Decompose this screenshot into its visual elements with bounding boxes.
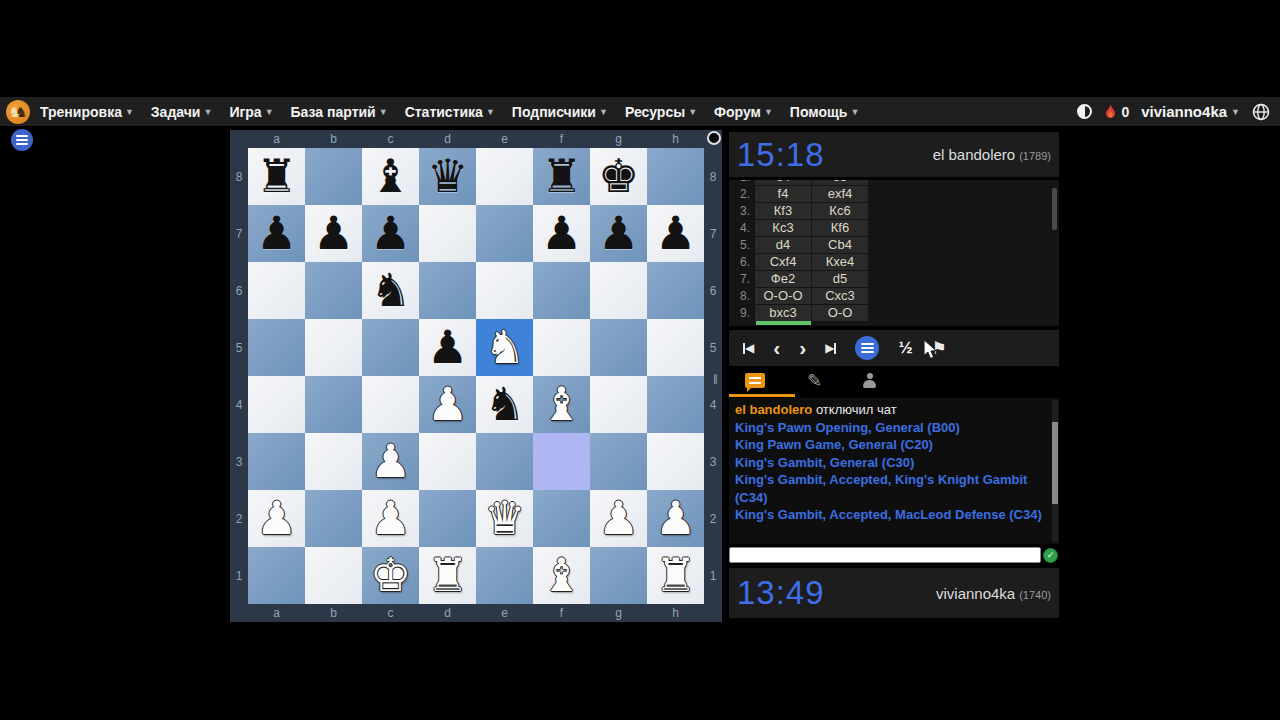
square-g7[interactable]: ♟: [590, 205, 647, 262]
square-a3[interactable]: [248, 433, 305, 490]
chevron-down-icon: ▼: [764, 107, 773, 117]
chat-scrollbar-thumb[interactable]: [1052, 422, 1058, 504]
square-d2[interactable]: [419, 490, 476, 547]
coord-label: b: [305, 130, 362, 148]
move-number: 3.: [729, 204, 755, 218]
board-resize-handle[interactable]: ∥: [713, 373, 718, 384]
coord-label: h: [647, 604, 704, 622]
square-c3[interactable]: ♟: [362, 433, 419, 490]
move-number: 5.: [729, 238, 755, 252]
square-d7[interactable]: [419, 205, 476, 262]
square-f8[interactable]: ♜: [533, 148, 590, 205]
opponent-clock: 15:18: [737, 136, 825, 174]
square-f4[interactable]: ♝: [533, 376, 590, 433]
white-bishop-f1[interactable]: ♝: [533, 547, 590, 604]
white-pawn-h2[interactable]: ♟: [647, 490, 704, 547]
coord-label: 2: [704, 490, 722, 547]
globe-icon[interactable]: [1252, 103, 1270, 121]
opponent-name: el bandolero: [933, 146, 1016, 163]
menu-item-7[interactable]: Ресурсы▼: [625, 104, 697, 120]
menu-item-1[interactable]: Тренировка▼: [40, 104, 134, 120]
game-menu-button[interactable]: [855, 336, 879, 360]
move-list: 1.e4e52.f4exf43.Кf3Кc64.Кc3Кf65.d4Сb46.С…: [729, 180, 1059, 326]
chevron-down-icon: ▼: [125, 107, 134, 117]
chat-message: King's Pawn Opening, General (B00): [735, 419, 1043, 437]
chat-system-user: el bandolero: [735, 402, 812, 417]
chat-message: King Pawn Game, General (C20): [735, 436, 1043, 454]
white-rook-h1[interactable]: ♜: [647, 547, 704, 604]
coord-label: 7: [230, 205, 248, 262]
coord-label: 3: [704, 433, 722, 490]
black-pawn-g7[interactable]: ♟: [590, 205, 647, 262]
chat-system-line: el bandolero отключил чат: [735, 401, 1043, 419]
move-number: 1.: [729, 180, 755, 184]
black-rook-a8[interactable]: ♜: [248, 148, 305, 205]
chat-window: el bandolero отключил чат King's Pawn Op…: [729, 398, 1059, 544]
square-b2[interactable]: [305, 490, 362, 547]
square-h2[interactable]: ♟: [647, 490, 704, 547]
coord-label: a: [248, 604, 305, 622]
coord-label: 4: [704, 376, 722, 433]
square-c1[interactable]: ♚: [362, 547, 419, 604]
menu-item-3[interactable]: Игра▼: [229, 104, 273, 120]
coord-label: e: [476, 604, 533, 622]
square-a7[interactable]: ♟: [248, 205, 305, 262]
menu-item-5[interactable]: Статистика▼: [405, 104, 495, 120]
move-row: 7.Фe2d5: [729, 270, 1059, 287]
coord-label: c: [362, 130, 419, 148]
player-name: vivianno4ka: [936, 585, 1015, 602]
square-c8[interactable]: ♝: [362, 148, 419, 205]
streak: 0: [1104, 104, 1129, 120]
current-move-indicator: [756, 321, 811, 325]
black-move[interactable]: Сb4: [812, 237, 868, 253]
player-clock: 13:49: [737, 574, 825, 612]
coord-label: c: [362, 604, 419, 622]
square-b8[interactable]: [305, 148, 362, 205]
active-tab-underline: [729, 394, 795, 397]
black-bishop-c8[interactable]: ♝: [362, 148, 419, 205]
white-king-c1[interactable]: ♚: [362, 547, 419, 604]
coord-label: f: [533, 130, 590, 148]
white-move[interactable]: d4: [755, 237, 811, 253]
menu-item-6[interactable]: Подписчики▼: [512, 104, 608, 120]
square-c7[interactable]: ♟: [362, 205, 419, 262]
square-h3[interactable]: [647, 433, 704, 490]
square-f2[interactable]: [533, 490, 590, 547]
square-a1[interactable]: [248, 547, 305, 604]
prev-move-button[interactable]: ‹: [773, 338, 780, 358]
square-b1[interactable]: [305, 547, 362, 604]
tab-notes-pencil-icon[interactable]: ✎: [807, 373, 822, 389]
black-knight-c6[interactable]: ♞: [362, 262, 419, 319]
coord-label: 5: [704, 319, 722, 376]
main-menu-bar: ♞♞ Тренировка▼Задачи▼Игра▼База партий▼Ст…: [0, 97, 1280, 126]
coord-label: 8: [704, 148, 722, 205]
game-controls: ◀ ‹ › ▶ ½ ⚑: [729, 330, 1059, 366]
chevron-down-icon: ▼: [599, 107, 608, 117]
chat-message: King's Gambit, Accepted, MacLeod Defense…: [735, 506, 1043, 524]
square-e5[interactable]: ♞: [476, 319, 533, 376]
coord-label: 1: [230, 547, 248, 604]
move-number: 2.: [729, 187, 755, 201]
chevron-down-icon: ▼: [486, 107, 495, 117]
square-f3[interactable]: [533, 433, 590, 490]
white-pawn-a2[interactable]: ♟: [248, 490, 305, 547]
square-g4[interactable]: [590, 376, 647, 433]
square-b5[interactable]: [305, 319, 362, 376]
coord-label: 1: [704, 547, 722, 604]
coord-label: g: [590, 130, 647, 148]
rank-labels-left: 87654321: [230, 148, 248, 604]
square-g6[interactable]: [590, 262, 647, 319]
black-move[interactable]: e5: [812, 180, 868, 185]
chevron-down-icon: ▼: [379, 107, 388, 117]
square-d3[interactable]: [419, 433, 476, 490]
chat-messages: King's Pawn Opening, General (B00)King P…: [735, 419, 1051, 524]
movelist-scrollbar[interactable]: [1052, 188, 1057, 230]
first-move-button[interactable]: ◀: [743, 341, 754, 355]
square-d5[interactable]: ♟: [419, 319, 476, 376]
chat-system-text: отключил чат: [812, 402, 896, 417]
white-bishop-f4[interactable]: ♝: [533, 376, 590, 433]
black-move[interactable]: O-O: [812, 305, 868, 321]
white-move[interactable]: Сxf4: [755, 254, 811, 270]
square-f7[interactable]: ♟: [533, 205, 590, 262]
black-pawn-d5[interactable]: ♟: [419, 319, 476, 376]
coord-label: e: [476, 130, 533, 148]
coord-label: f: [533, 604, 590, 622]
site-logo-icon[interactable]: ♞♞: [6, 100, 30, 124]
white-move[interactable]: bxc3: [755, 305, 811, 321]
streak-count: 0: [1121, 104, 1129, 120]
black-king-g8[interactable]: ♚: [590, 148, 647, 205]
move-row: 4.Кc3Кf6: [729, 219, 1059, 236]
square-h8[interactable]: [647, 148, 704, 205]
move-number: 4.: [729, 221, 755, 235]
send-button[interactable]: ✓: [1043, 548, 1058, 563]
board-squares: ♜♝♛♜♚♟♟♟♟♟♟♞♟♞♟♞♝♟♟♟♛♟♟♚♜♝♜: [248, 148, 704, 604]
file-labels-top: abcdefgh: [248, 130, 704, 148]
chat-message: King's Gambit, General (C30): [735, 454, 1043, 472]
chess-board: abcdefgh abcdefgh 87654321 87654321 ♜♝♛♜…: [230, 130, 722, 622]
square-h6[interactable]: [647, 262, 704, 319]
square-d8[interactable]: ♛: [419, 148, 476, 205]
player-rating: (1740): [1019, 589, 1051, 601]
move-row: 2.f4exf4: [729, 185, 1059, 202]
black-rook-f8[interactable]: ♜: [533, 148, 590, 205]
coord-label: d: [419, 130, 476, 148]
square-c5[interactable]: [362, 319, 419, 376]
square-d1[interactable]: ♜: [419, 547, 476, 604]
coord-label: b: [305, 604, 362, 622]
chevron-down-icon: ▼: [203, 107, 212, 117]
player-clock-bar: 13:49 vivianno4ka (1740): [729, 568, 1059, 618]
chevron-down-icon: ▼: [850, 107, 859, 117]
move-number: 6.: [729, 255, 755, 269]
square-a4[interactable]: [248, 376, 305, 433]
square-e7[interactable]: [476, 205, 533, 262]
square-e3[interactable]: [476, 433, 533, 490]
white-move[interactable]: Кc3: [755, 220, 811, 236]
black-to-move-indicator: [707, 131, 721, 145]
square-e8[interactable]: [476, 148, 533, 205]
square-c2[interactable]: ♟: [362, 490, 419, 547]
coord-label: 3: [230, 433, 248, 490]
coord-label: 6: [704, 262, 722, 319]
square-b3[interactable]: [305, 433, 362, 490]
theme-toggle-icon[interactable]: [1077, 104, 1092, 119]
opponent-rating: (1789): [1019, 150, 1051, 162]
coord-label: 8: [230, 148, 248, 205]
white-pawn-g2[interactable]: ♟: [590, 490, 647, 547]
square-e6[interactable]: [476, 262, 533, 319]
white-pawn-d4[interactable]: ♟: [419, 376, 476, 433]
square-c6[interactable]: ♞: [362, 262, 419, 319]
square-h7[interactable]: ♟: [647, 205, 704, 262]
white-queen-e2[interactable]: ♛: [476, 490, 533, 547]
square-b7[interactable]: ♟: [305, 205, 362, 262]
black-pawn-a7[interactable]: ♟: [248, 205, 305, 262]
move-row: 8.O-O-OСxc3: [729, 287, 1059, 304]
white-pawn-c3[interactable]: ♟: [362, 433, 419, 490]
username: vivianno4ka: [1141, 103, 1227, 120]
panel-tabs: ✎: [729, 369, 1059, 397]
move-row: 9.bxc3O-O: [729, 304, 1059, 321]
black-pawn-b7[interactable]: ♟: [305, 205, 362, 262]
square-a2[interactable]: ♟: [248, 490, 305, 547]
square-g1[interactable]: [590, 547, 647, 604]
file-labels-bottom: abcdefgh: [248, 604, 704, 622]
coord-label: a: [248, 130, 305, 148]
move-row: 6.Сxf4Кxe4: [729, 253, 1059, 270]
white-rook-d1[interactable]: ♜: [419, 547, 476, 604]
hamburger-icon: [861, 347, 874, 349]
square-b6[interactable]: [305, 262, 362, 319]
square-g8[interactable]: ♚: [590, 148, 647, 205]
opponent-clock-bar: 15:18 el bandolero (1789): [729, 132, 1059, 177]
chat-input[interactable]: [729, 547, 1041, 563]
sidebar-hamburger-button[interactable]: [11, 129, 33, 151]
black-pawn-c7[interactable]: ♟: [362, 205, 419, 262]
coord-label: 7: [704, 205, 722, 262]
black-move[interactable]: Кc6: [812, 203, 868, 219]
black-move[interactable]: d5: [812, 271, 868, 287]
black-move[interactable]: Сxc3: [812, 288, 868, 304]
square-d6[interactable]: [419, 262, 476, 319]
black-pawn-f7[interactable]: ♟: [533, 205, 590, 262]
coord-label: g: [590, 604, 647, 622]
square-f1[interactable]: ♝: [533, 547, 590, 604]
square-f6[interactable]: [533, 262, 590, 319]
white-move[interactable]: f4: [755, 186, 811, 202]
square-f5[interactable]: [533, 319, 590, 376]
chevron-down-icon: ▼: [265, 107, 274, 117]
black-pawn-h7[interactable]: ♟: [647, 205, 704, 262]
coord-label: d: [419, 604, 476, 622]
white-knight-e5[interactable]: ♞: [476, 319, 533, 376]
square-c4[interactable]: [362, 376, 419, 433]
flame-icon: [1104, 104, 1117, 120]
menu-item-8[interactable]: Форум▼: [714, 104, 773, 120]
move-number: 8.: [729, 289, 755, 303]
square-e4[interactable]: ♞: [476, 376, 533, 433]
tab-players-person-icon[interactable]: [862, 373, 877, 388]
square-a5[interactable]: [248, 319, 305, 376]
square-g2[interactable]: ♟: [590, 490, 647, 547]
square-h5[interactable]: [647, 319, 704, 376]
white-move[interactable]: Кf3: [755, 203, 811, 219]
square-h4[interactable]: [647, 376, 704, 433]
square-b4[interactable]: [305, 376, 362, 433]
black-move[interactable]: exf4: [812, 186, 868, 202]
menu-item-4[interactable]: База партий▼: [291, 104, 388, 120]
square-d4[interactable]: ♟: [419, 376, 476, 433]
move-number: 7.: [729, 272, 755, 286]
chevron-down-icon: ▼: [688, 107, 697, 117]
square-g5[interactable]: [590, 319, 647, 376]
coord-label: 5: [230, 319, 248, 376]
coord-label: 6: [230, 262, 248, 319]
next-move-button[interactable]: ›: [799, 338, 806, 358]
chat-input-row: ✓: [729, 546, 1059, 564]
coord-label: 4: [230, 376, 248, 433]
resign-button[interactable]: ⚑: [932, 338, 947, 359]
move-row: 5.d4Сb4: [729, 236, 1059, 253]
black-knight-e4[interactable]: ♞: [476, 376, 533, 433]
coord-label: 2: [230, 490, 248, 547]
coord-label: h: [647, 130, 704, 148]
move-rows: 1.e4e52.f4exf43.Кf3Кc64.Кc3Кf65.d4Сb46.С…: [729, 180, 1059, 321]
menubar-right: 0 vivianno4ka ▼: [1077, 103, 1274, 121]
move-number: 9.: [729, 306, 755, 320]
user-menu[interactable]: vivianno4ka ▼: [1141, 103, 1240, 120]
hamburger-icon: [16, 139, 28, 141]
chat-message: King's Gambit, Accepted, King's Knight G…: [735, 471, 1043, 506]
mouse-cursor: [922, 340, 938, 360]
offer-draw-button[interactable]: ½: [898, 338, 912, 358]
black-move[interactable]: Кf6: [812, 220, 868, 236]
square-g3[interactable]: [590, 433, 647, 490]
chevron-down-icon: ▼: [1231, 107, 1240, 117]
menu-item-9[interactable]: Помощь▼: [790, 104, 860, 120]
white-move[interactable]: Фe2: [755, 271, 811, 287]
white-move[interactable]: O-O-O: [755, 288, 811, 304]
page: ♞♞ Тренировка▼Задачи▼Игра▼База партий▼Ст…: [0, 0, 1280, 720]
square-a8[interactable]: ♜: [248, 148, 305, 205]
move-row: 3.Кf3Кc6: [729, 202, 1059, 219]
square-e1[interactable]: [476, 547, 533, 604]
square-a6[interactable]: [248, 262, 305, 319]
square-e2[interactable]: ♛: [476, 490, 533, 547]
square-h1[interactable]: ♜: [647, 547, 704, 604]
white-pawn-c2[interactable]: ♟: [362, 490, 419, 547]
tab-chat[interactable]: [745, 373, 765, 388]
black-move[interactable]: Кxe4: [812, 254, 868, 270]
last-move-button[interactable]: ▶: [825, 341, 836, 355]
white-move[interactable]: e4: [755, 180, 811, 185]
black-queen-d8[interactable]: ♛: [419, 148, 476, 205]
main-menu: Тренировка▼Задачи▼Игра▼База партий▼Стати…: [40, 104, 859, 120]
menu-item-2[interactable]: Задачи▼: [151, 104, 213, 120]
